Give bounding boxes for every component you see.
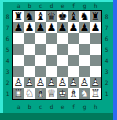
- file-labels-bottom: abcdefgh: [13, 101, 101, 112]
- rank-labels-right: 87654321: [102, 11, 111, 99]
- file-label-b: b: [24, 2, 35, 9]
- square-g6[interactable]: [79, 33, 90, 44]
- rank-label-8: 8: [3, 11, 12, 22]
- piece-black-pawn[interactable]: ♟: [57, 22, 68, 33]
- file-label-h: h: [90, 103, 101, 110]
- file-label-a: a: [13, 103, 24, 110]
- square-h5[interactable]: [90, 44, 101, 55]
- square-c4[interactable]: [35, 55, 46, 66]
- square-h4[interactable]: [90, 55, 101, 66]
- chess-board: ♜♞♝♛♚♝♞♜♟♟♟♟♟♟♟♟♟♙♟♙♟♙♟♙♟♙♟♙♟♙♟♙♜♖♞♘♝♗♛♕…: [12, 10, 102, 100]
- square-f4[interactable]: [68, 55, 79, 66]
- rank-label-2: 2: [102, 77, 111, 88]
- piece-white-king[interactable]: ♔: [57, 88, 68, 99]
- file-label-e: e: [57, 103, 68, 110]
- square-g7[interactable]: ♟: [79, 22, 90, 33]
- square-d7[interactable]: ♟: [46, 22, 57, 33]
- rank-label-5: 5: [102, 44, 111, 55]
- frame-shadow-right: [113, 0, 117, 120]
- rank-label-1: 1: [102, 88, 111, 99]
- square-e5[interactable]: [57, 44, 68, 55]
- square-d4[interactable]: [46, 55, 57, 66]
- square-c6[interactable]: [35, 33, 46, 44]
- piece-white-bishop[interactable]: ♗: [35, 88, 46, 99]
- square-g1[interactable]: ♞♘: [79, 88, 90, 99]
- square-h7[interactable]: ♟: [90, 22, 101, 33]
- file-label-f: f: [68, 103, 79, 110]
- square-f1[interactable]: ♝♗: [68, 88, 79, 99]
- frame-shadow-bottom: [0, 113, 113, 120]
- square-h6[interactable]: [90, 33, 101, 44]
- square-b7[interactable]: ♟: [24, 22, 35, 33]
- rank-label-2: 2: [3, 77, 12, 88]
- file-label-d: d: [46, 2, 57, 9]
- file-label-d: d: [46, 103, 57, 110]
- piece-white-queen[interactable]: ♕: [46, 88, 57, 99]
- square-c7[interactable]: ♟: [35, 22, 46, 33]
- file-labels-top: abcdefgh: [13, 2, 101, 9]
- square-f6[interactable]: [68, 33, 79, 44]
- square-a6[interactable]: [13, 33, 24, 44]
- file-label-c: c: [35, 2, 46, 9]
- square-a1[interactable]: ♜♖: [13, 88, 24, 99]
- square-e6[interactable]: [57, 33, 68, 44]
- square-b1[interactable]: ♞♘: [24, 88, 35, 99]
- square-e4[interactable]: [57, 55, 68, 66]
- rank-label-4: 4: [102, 55, 111, 66]
- rank-label-4: 4: [3, 55, 12, 66]
- file-label-h: h: [90, 2, 101, 9]
- square-e1[interactable]: ♚♔: [57, 88, 68, 99]
- file-label-e: e: [57, 2, 68, 9]
- piece-black-pawn[interactable]: ♟: [46, 22, 57, 33]
- rank-label-1: 1: [3, 88, 12, 99]
- square-c5[interactable]: [35, 44, 46, 55]
- square-b5[interactable]: [24, 44, 35, 55]
- piece-white-knight[interactable]: ♘: [24, 88, 35, 99]
- file-label-g: g: [79, 103, 90, 110]
- piece-black-pawn[interactable]: ♟: [90, 22, 101, 33]
- square-b6[interactable]: [24, 33, 35, 44]
- square-h1[interactable]: ♜♖: [90, 88, 101, 99]
- piece-white-bishop[interactable]: ♗: [68, 88, 79, 99]
- piece-white-knight[interactable]: ♘: [79, 88, 90, 99]
- rank-label-3: 3: [3, 66, 12, 77]
- piece-black-pawn[interactable]: ♟: [24, 22, 35, 33]
- square-a4[interactable]: [13, 55, 24, 66]
- square-d5[interactable]: [46, 44, 57, 55]
- file-label-g: g: [79, 2, 90, 9]
- square-f5[interactable]: [68, 44, 79, 55]
- square-g4[interactable]: [79, 55, 90, 66]
- rank-label-7: 7: [3, 22, 12, 33]
- rank-label-3: 3: [102, 66, 111, 77]
- square-f7[interactable]: ♟: [68, 22, 79, 33]
- rank-label-7: 7: [102, 22, 111, 33]
- piece-black-pawn[interactable]: ♟: [13, 22, 24, 33]
- piece-black-pawn[interactable]: ♟: [35, 22, 46, 33]
- square-c1[interactable]: ♝♗: [35, 88, 46, 99]
- rank-label-8: 8: [102, 11, 111, 22]
- square-d6[interactable]: [46, 33, 57, 44]
- file-label-a: a: [13, 2, 24, 9]
- rank-label-5: 5: [3, 44, 12, 55]
- file-label-f: f: [68, 2, 79, 9]
- square-d1[interactable]: ♛♕: [46, 88, 57, 99]
- chess-board-frame: abcdefgh abcdefgh 87654321 87654321 ♜♞♝♛…: [0, 0, 117, 120]
- square-b4[interactable]: [24, 55, 35, 66]
- rank-label-6: 6: [102, 33, 111, 44]
- file-label-c: c: [35, 103, 46, 110]
- file-label-b: b: [24, 103, 35, 110]
- rank-label-6: 6: [3, 33, 12, 44]
- rank-labels-left: 87654321: [3, 11, 12, 99]
- square-g5[interactable]: [79, 44, 90, 55]
- square-e7[interactable]: ♟: [57, 22, 68, 33]
- piece-white-rook[interactable]: ♖: [13, 88, 24, 99]
- piece-white-rook[interactable]: ♖: [90, 88, 101, 99]
- piece-black-pawn[interactable]: ♟: [68, 22, 79, 33]
- piece-black-pawn[interactable]: ♟: [79, 22, 90, 33]
- square-a5[interactable]: [13, 44, 24, 55]
- square-a7[interactable]: ♟: [13, 22, 24, 33]
